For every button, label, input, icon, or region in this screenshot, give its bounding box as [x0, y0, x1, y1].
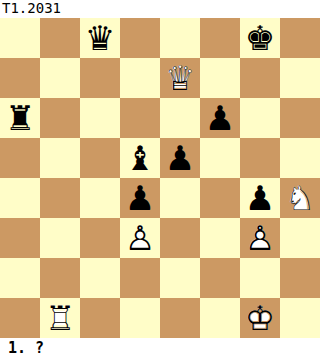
- square-e6[interactable]: [160, 98, 200, 138]
- square-a2[interactable]: [0, 258, 40, 298]
- piece-white-knight: ♘: [280, 178, 320, 218]
- square-c8[interactable]: ♛: [80, 18, 120, 58]
- square-f3[interactable]: [200, 218, 240, 258]
- square-h1[interactable]: [280, 298, 320, 338]
- square-d1[interactable]: [120, 298, 160, 338]
- square-c7[interactable]: [80, 58, 120, 98]
- square-b1[interactable]: ♜♖: [40, 298, 80, 338]
- square-c3[interactable]: [80, 218, 120, 258]
- square-g4[interactable]: ♟: [240, 178, 280, 218]
- square-b5[interactable]: [40, 138, 80, 178]
- square-f5[interactable]: [200, 138, 240, 178]
- square-g7[interactable]: [240, 58, 280, 98]
- square-g5[interactable]: [240, 138, 280, 178]
- square-d2[interactable]: [120, 258, 160, 298]
- square-d4[interactable]: ♟: [120, 178, 160, 218]
- square-a3[interactable]: [0, 218, 40, 258]
- square-c2[interactable]: [80, 258, 120, 298]
- square-a6[interactable]: ♜: [0, 98, 40, 138]
- square-a5[interactable]: [0, 138, 40, 178]
- square-a7[interactable]: [0, 58, 40, 98]
- piece-black-king: ♚: [240, 18, 280, 58]
- square-h2[interactable]: [280, 258, 320, 298]
- square-b3[interactable]: [40, 218, 80, 258]
- square-b2[interactable]: [40, 258, 80, 298]
- square-f7[interactable]: [200, 58, 240, 98]
- square-h3[interactable]: [280, 218, 320, 258]
- square-e4[interactable]: [160, 178, 200, 218]
- piece-black-bishop: ♝: [120, 138, 160, 178]
- square-e5[interactable]: ♟: [160, 138, 200, 178]
- chess-board: ♛♚♛♕♜♟♝♟♟♟♞♘♟♙♟♙♜♖♚♔: [0, 18, 320, 338]
- piece-black-pawn: ♟: [240, 178, 280, 218]
- square-f1[interactable]: [200, 298, 240, 338]
- square-c1[interactable]: [80, 298, 120, 338]
- square-e3[interactable]: [160, 218, 200, 258]
- square-f6[interactable]: ♟: [200, 98, 240, 138]
- square-h7[interactable]: [280, 58, 320, 98]
- piece-black-pawn: ♟: [200, 98, 240, 138]
- square-h4[interactable]: ♞♘: [280, 178, 320, 218]
- square-f4[interactable]: [200, 178, 240, 218]
- square-h6[interactable]: [280, 98, 320, 138]
- piece-white-pawn: ♙: [120, 218, 160, 258]
- square-d5[interactable]: ♝: [120, 138, 160, 178]
- square-f2[interactable]: [200, 258, 240, 298]
- square-g3[interactable]: ♟♙: [240, 218, 280, 258]
- square-b4[interactable]: [40, 178, 80, 218]
- square-c6[interactable]: [80, 98, 120, 138]
- piece-white-king: ♔: [240, 298, 280, 338]
- square-e7[interactable]: ♛♕: [160, 58, 200, 98]
- square-g1[interactable]: ♚♔: [240, 298, 280, 338]
- square-b6[interactable]: [40, 98, 80, 138]
- square-c4[interactable]: [80, 178, 120, 218]
- piece-black-pawn: ♟: [120, 178, 160, 218]
- square-a1[interactable]: [0, 298, 40, 338]
- square-d3[interactable]: ♟♙: [120, 218, 160, 258]
- piece-black-rook: ♜: [0, 98, 40, 138]
- square-c5[interactable]: [80, 138, 120, 178]
- square-d6[interactable]: [120, 98, 160, 138]
- square-a4[interactable]: [0, 178, 40, 218]
- puzzle-id-title: T1.2031: [0, 0, 320, 18]
- square-b7[interactable]: [40, 58, 80, 98]
- piece-white-pawn: ♙: [240, 218, 280, 258]
- square-g6[interactable]: [240, 98, 280, 138]
- piece-white-queen: ♕: [160, 58, 200, 98]
- piece-white-rook: ♖: [40, 298, 80, 338]
- piece-black-pawn: ♟: [160, 138, 200, 178]
- square-f8[interactable]: [200, 18, 240, 58]
- square-e2[interactable]: [160, 258, 200, 298]
- square-h5[interactable]: [280, 138, 320, 178]
- square-g2[interactable]: [240, 258, 280, 298]
- square-b8[interactable]: [40, 18, 80, 58]
- chess-puzzle-window: T1.2031 ♛♚♛♕♜♟♝♟♟♟♞♘♟♙♟♙♜♖♚♔ 1. ?: [0, 0, 320, 360]
- square-e8[interactable]: [160, 18, 200, 58]
- square-g8[interactable]: ♚: [240, 18, 280, 58]
- square-a8[interactable]: [0, 18, 40, 58]
- square-e1[interactable]: [160, 298, 200, 338]
- piece-black-queen: ♛: [80, 18, 120, 58]
- move-prompt: 1. ?: [0, 338, 320, 360]
- square-h8[interactable]: [280, 18, 320, 58]
- square-d7[interactable]: [120, 58, 160, 98]
- square-d8[interactable]: [120, 18, 160, 58]
